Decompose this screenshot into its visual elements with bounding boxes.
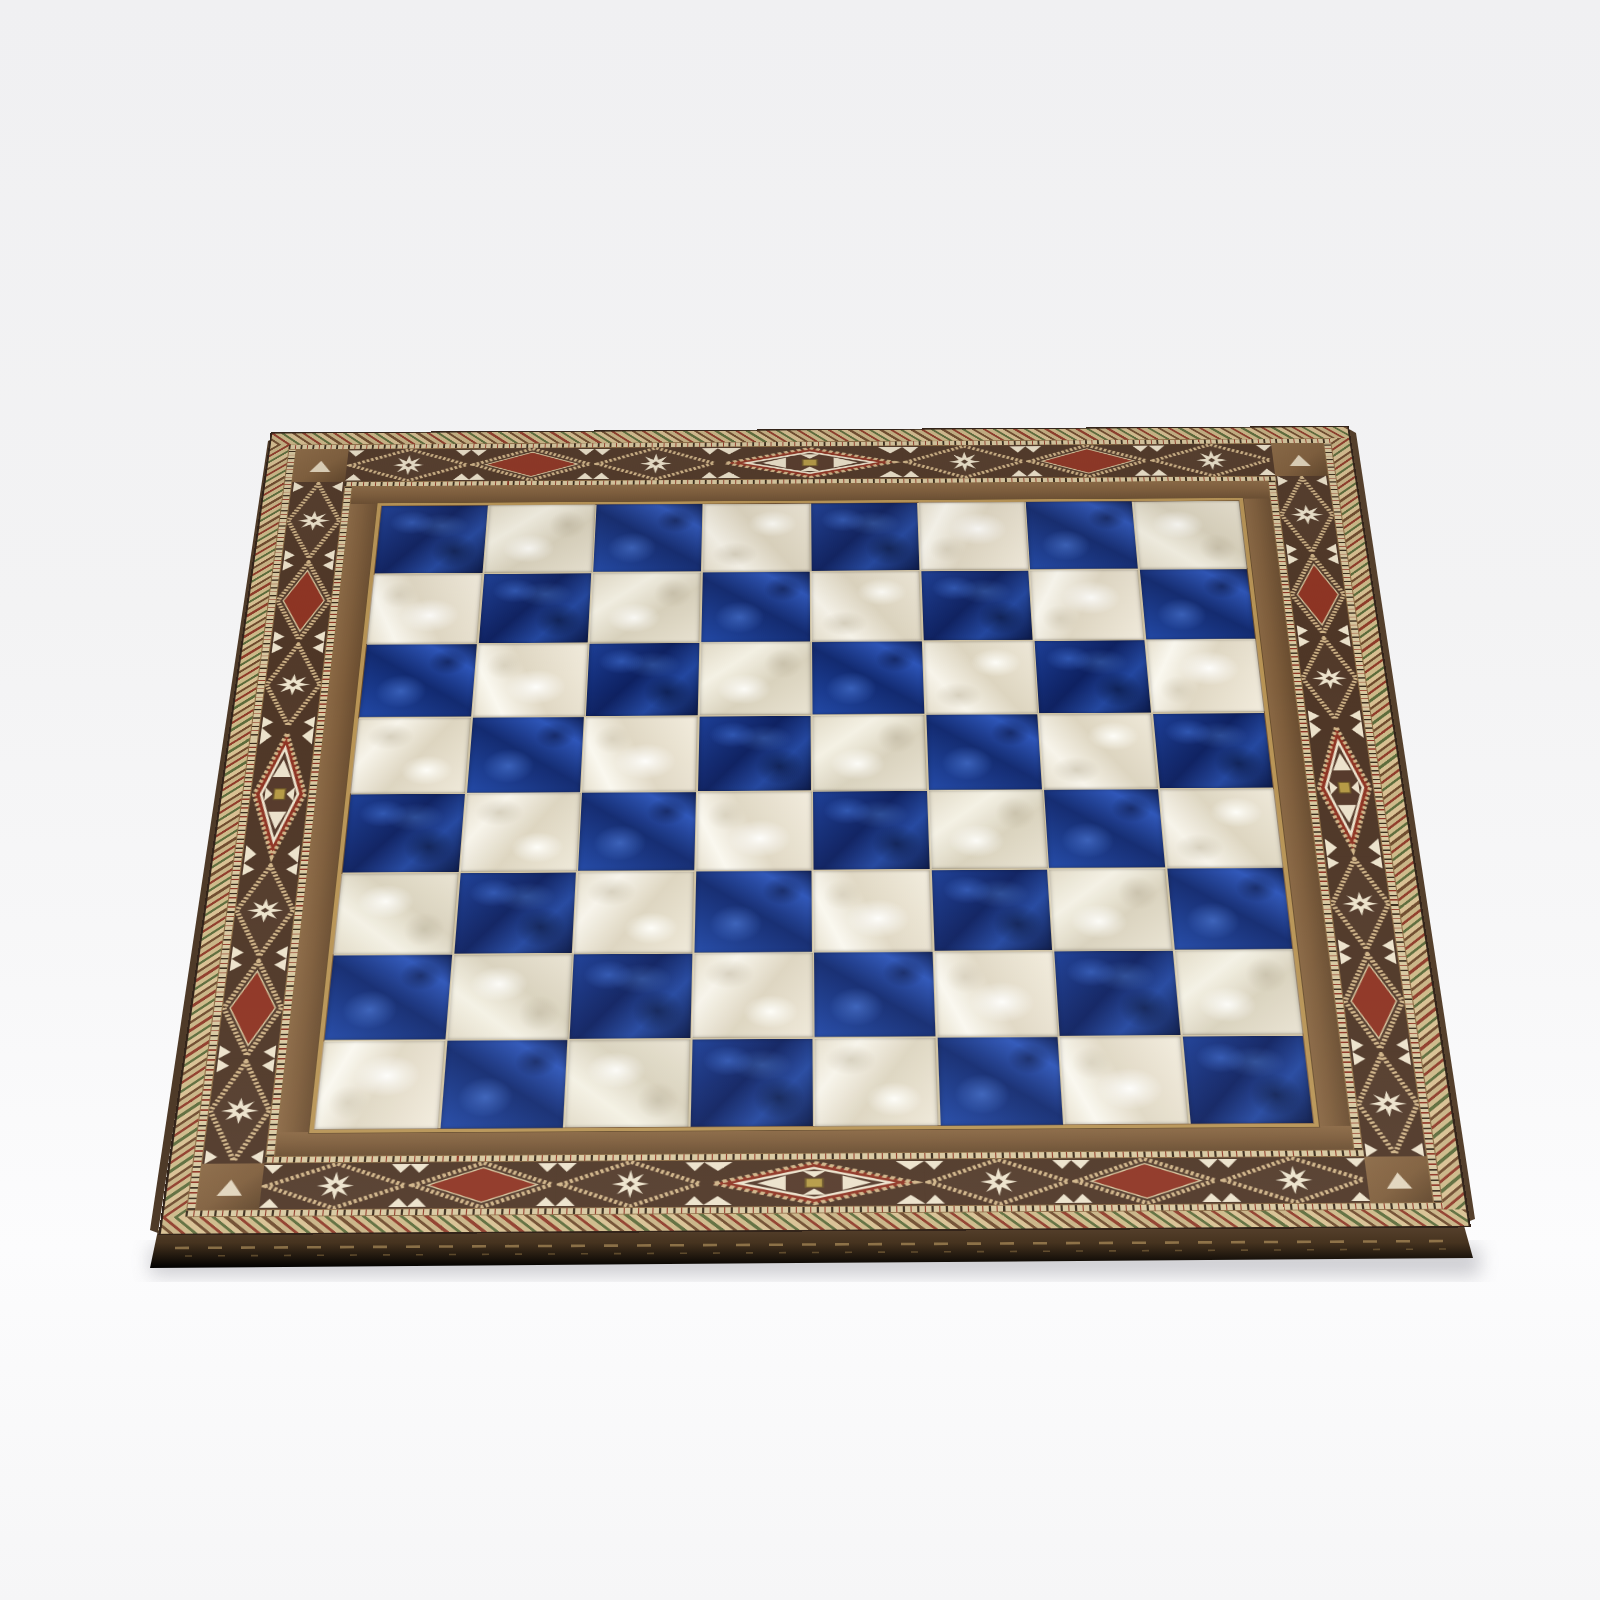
square-f2[interactable] xyxy=(934,951,1057,1036)
frame-corner-se xyxy=(1364,1156,1433,1202)
square-c1[interactable] xyxy=(565,1039,690,1127)
mosaic-star-motif xyxy=(593,447,718,480)
square-h3[interactable] xyxy=(1167,868,1292,949)
square-d5[interactable] xyxy=(698,716,811,791)
photo-background xyxy=(0,0,1600,1600)
square-c8[interactable] xyxy=(593,504,702,572)
square-a3[interactable] xyxy=(334,873,458,955)
mosaic-star-motif xyxy=(1275,476,1339,555)
square-f8[interactable] xyxy=(918,502,1028,570)
mosaic-star-motif xyxy=(260,642,326,728)
square-b8[interactable] xyxy=(484,505,595,573)
square-b5[interactable] xyxy=(467,717,584,792)
square-c6[interactable] xyxy=(586,643,699,716)
mosaic-star-motif xyxy=(259,1162,411,1209)
mosaic-star-motif xyxy=(902,445,1027,478)
mosaic-eye-motif xyxy=(703,1159,925,1206)
mosaic-star-motif xyxy=(1218,1157,1371,1204)
square-e8[interactable] xyxy=(811,503,919,571)
square-d3[interactable] xyxy=(694,871,812,952)
square-a6[interactable] xyxy=(359,644,476,717)
square-b6[interactable] xyxy=(473,644,588,717)
mosaic-diamond-motif xyxy=(271,560,336,642)
square-f4[interactable] xyxy=(929,790,1047,868)
square-c3[interactable] xyxy=(574,871,694,952)
square-c7[interactable] xyxy=(590,572,701,642)
square-f6[interactable] xyxy=(923,641,1037,714)
mosaic-star-motif xyxy=(555,1161,704,1208)
chessboard-grid xyxy=(315,501,1313,1129)
square-g1[interactable] xyxy=(1060,1036,1188,1124)
mosaic-diamond-motif xyxy=(469,448,595,481)
square-a2[interactable] xyxy=(325,955,452,1040)
square-h5[interactable] xyxy=(1153,713,1273,788)
square-e4[interactable] xyxy=(813,791,929,869)
square-c4[interactable] xyxy=(578,792,695,870)
square-d1[interactable] xyxy=(690,1038,813,1126)
square-c5[interactable] xyxy=(582,716,697,791)
board-scene xyxy=(161,427,1469,1234)
square-g5[interactable] xyxy=(1039,714,1157,789)
mosaic-star-motif xyxy=(1148,444,1275,477)
mosaic-star-motif xyxy=(229,863,300,959)
square-a4[interactable] xyxy=(343,794,465,872)
mosaic-star-motif xyxy=(924,1158,1074,1205)
square-h4[interactable] xyxy=(1160,789,1283,867)
square-c2[interactable] xyxy=(570,954,692,1039)
square-g2[interactable] xyxy=(1054,951,1180,1036)
square-e1[interactable] xyxy=(815,1038,938,1126)
square-a7[interactable] xyxy=(367,574,482,644)
chess-board xyxy=(161,427,1469,1234)
square-e6[interactable] xyxy=(812,642,924,715)
square-d8[interactable] xyxy=(702,504,809,572)
square-f7[interactable] xyxy=(921,570,1033,640)
mosaic-diamond-motif xyxy=(216,958,289,1058)
square-h2[interactable] xyxy=(1174,950,1302,1035)
square-h1[interactable] xyxy=(1182,1035,1313,1123)
square-d6[interactable] xyxy=(699,642,810,715)
square-e5[interactable] xyxy=(813,715,927,790)
square-b3[interactable] xyxy=(454,872,576,953)
square-g3[interactable] xyxy=(1049,869,1172,950)
frame-mosaic-band-top xyxy=(345,444,1275,482)
square-g4[interactable] xyxy=(1044,790,1165,868)
mosaic-star-motif xyxy=(282,482,345,561)
square-b1[interactable] xyxy=(440,1040,567,1128)
square-b2[interactable] xyxy=(447,954,572,1039)
mosaic-diamond-motif xyxy=(1071,1158,1222,1205)
square-a1[interactable] xyxy=(315,1041,445,1129)
mosaic-star-motif xyxy=(345,449,472,482)
mosaic-diamond-motif xyxy=(407,1162,558,1209)
square-h6[interactable] xyxy=(1146,640,1264,713)
mosaic-diamond-motif xyxy=(1025,444,1151,477)
square-g6[interactable] xyxy=(1035,640,1151,713)
frame-corner-nw xyxy=(292,449,348,482)
square-a5[interactable] xyxy=(351,718,470,793)
frame-mosaic-band-bottom xyxy=(259,1157,1370,1210)
square-e2[interactable] xyxy=(814,952,935,1037)
square-f1[interactable] xyxy=(937,1037,1063,1125)
frame-corner-ne xyxy=(1271,443,1328,476)
square-a8[interactable] xyxy=(375,506,488,574)
frame-corner-sw xyxy=(196,1163,264,1209)
square-e7[interactable] xyxy=(812,571,922,641)
square-f5[interactable] xyxy=(926,714,1042,789)
square-d7[interactable] xyxy=(701,572,810,642)
mosaic-eye-motif xyxy=(717,446,903,479)
mosaic-star-motif xyxy=(202,1058,277,1163)
square-d4[interactable] xyxy=(696,792,812,870)
square-b7[interactable] xyxy=(478,573,591,643)
square-e3[interactable] xyxy=(814,870,933,951)
square-g7[interactable] xyxy=(1030,570,1144,640)
square-g8[interactable] xyxy=(1026,502,1138,570)
square-d2[interactable] xyxy=(692,953,812,1038)
square-b4[interactable] xyxy=(460,793,580,871)
square-f3[interactable] xyxy=(931,869,1052,950)
square-h8[interactable] xyxy=(1133,501,1246,569)
square-h7[interactable] xyxy=(1139,569,1255,639)
